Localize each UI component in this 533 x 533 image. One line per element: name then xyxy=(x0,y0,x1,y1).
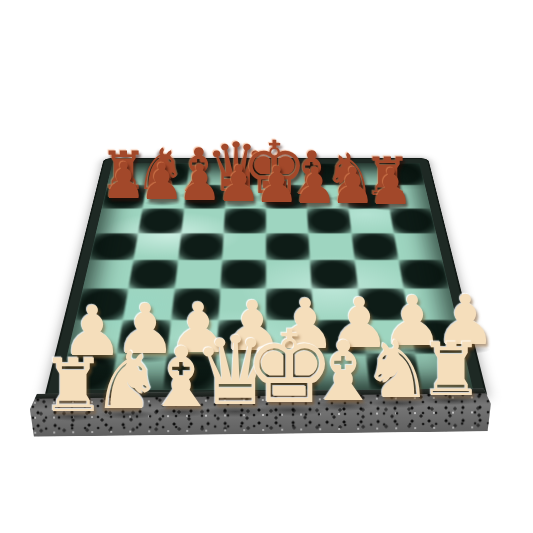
square-g2 xyxy=(361,320,415,354)
square-d4 xyxy=(220,260,266,289)
square-d7 xyxy=(225,185,266,208)
square-e1 xyxy=(266,353,318,390)
square-d6 xyxy=(223,208,266,233)
chess-board xyxy=(59,163,473,390)
square-b2 xyxy=(117,320,171,354)
square-h6 xyxy=(389,208,436,233)
square-c3 xyxy=(171,289,220,320)
square-g4 xyxy=(354,260,403,289)
square-d5 xyxy=(222,233,266,260)
square-c5 xyxy=(178,233,224,260)
square-a3 xyxy=(75,289,128,320)
square-b8 xyxy=(147,163,189,185)
square-b6 xyxy=(138,208,183,233)
square-g6 xyxy=(348,208,393,233)
square-c2 xyxy=(167,320,219,354)
square-g3 xyxy=(358,289,409,320)
square-b5 xyxy=(134,233,181,260)
square-c8 xyxy=(187,163,228,185)
square-a4 xyxy=(83,260,134,289)
square-h5 xyxy=(394,233,443,260)
square-a6 xyxy=(96,208,143,233)
square-f7 xyxy=(306,185,348,208)
square-g5 xyxy=(351,233,398,260)
square-c1 xyxy=(162,353,216,390)
square-d8 xyxy=(226,163,266,185)
square-c7 xyxy=(184,185,226,208)
square-f4 xyxy=(310,260,358,289)
square-b4 xyxy=(129,260,178,289)
square-e2 xyxy=(266,320,316,354)
square-f1 xyxy=(316,353,370,390)
square-h3 xyxy=(403,289,456,320)
square-h2 xyxy=(409,320,465,354)
square-h7 xyxy=(385,185,430,208)
square-h1 xyxy=(415,353,473,390)
square-e5 xyxy=(266,233,310,260)
square-b7 xyxy=(143,185,187,208)
square-e7 xyxy=(266,185,307,208)
square-a7 xyxy=(102,185,147,208)
square-d1 xyxy=(214,353,266,390)
chess-set-photo: ♜♞♝♛♚♝♞♜♟♟♟♟♟♟♟♟♟♟♟♟♟♟♟♟♜♞♝♛♚♝♞♜ xyxy=(0,0,533,533)
square-e4 xyxy=(266,260,312,289)
square-c6 xyxy=(181,208,225,233)
granite-base xyxy=(30,388,491,437)
square-f2 xyxy=(314,320,366,354)
square-d3 xyxy=(218,289,266,320)
square-e8 xyxy=(266,163,306,185)
square-a1 xyxy=(59,353,117,390)
square-c4 xyxy=(174,260,222,289)
square-g7 xyxy=(345,185,389,208)
square-g1 xyxy=(365,353,421,390)
square-g8 xyxy=(343,163,385,185)
square-d2 xyxy=(216,320,266,354)
square-b1 xyxy=(111,353,167,390)
square-b3 xyxy=(123,289,174,320)
square-a8 xyxy=(107,163,151,185)
square-h8 xyxy=(381,163,425,185)
board-rim xyxy=(46,159,486,398)
square-e6 xyxy=(266,208,309,233)
square-a2 xyxy=(68,320,124,354)
square-f8 xyxy=(304,163,345,185)
square-f5 xyxy=(309,233,355,260)
square-h4 xyxy=(398,260,449,289)
board-perspective-wrapper xyxy=(46,159,486,398)
square-a5 xyxy=(89,233,138,260)
square-f3 xyxy=(312,289,361,320)
square-e3 xyxy=(266,289,314,320)
square-f6 xyxy=(307,208,351,233)
